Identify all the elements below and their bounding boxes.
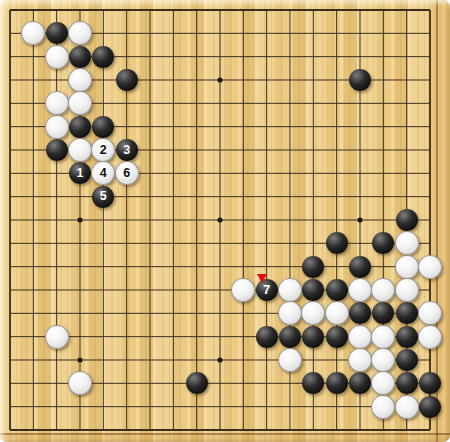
black-stone[interactable]: [46, 22, 68, 44]
white-stone[interactable]: [395, 278, 419, 302]
black-stone[interactable]: [92, 116, 114, 138]
white-stone[interactable]: [278, 348, 302, 372]
last-move-red-triangle-marker: [257, 274, 267, 283]
move-number-label: 1: [77, 167, 84, 180]
black-stone[interactable]: [186, 372, 208, 394]
white-stone[interactable]: [395, 231, 419, 255]
white-stone[interactable]: [348, 348, 372, 372]
white-stone[interactable]: [68, 21, 92, 45]
black-stone[interactable]: [349, 256, 371, 278]
white-stone[interactable]: [371, 278, 395, 302]
white-stone[interactable]: [45, 115, 69, 139]
white-stone[interactable]: [371, 371, 395, 395]
white-stone[interactable]: [418, 325, 442, 349]
white-stone[interactable]: [325, 301, 349, 325]
white-stone[interactable]: [68, 371, 92, 395]
black-stone[interactable]: 1: [69, 162, 91, 184]
black-stone[interactable]: [302, 279, 324, 301]
move-number-label: 2: [100, 144, 107, 157]
black-stone[interactable]: [326, 279, 348, 301]
black-stone[interactable]: [302, 372, 324, 394]
white-stone[interactable]: [45, 91, 69, 115]
black-stone[interactable]: [419, 396, 441, 418]
black-stone[interactable]: [46, 139, 68, 161]
white-stone[interactable]: [418, 301, 442, 325]
black-stone[interactable]: [326, 372, 348, 394]
move-number-label: 3: [123, 144, 130, 157]
white-stone[interactable]: [68, 68, 92, 92]
white-stone[interactable]: [278, 301, 302, 325]
black-stone[interactable]: [372, 302, 394, 324]
black-stone[interactable]: [349, 69, 371, 91]
black-stone[interactable]: [92, 46, 114, 68]
white-stone[interactable]: [68, 91, 92, 115]
black-stone[interactable]: [326, 326, 348, 348]
move-number-label: 4: [100, 167, 107, 180]
move-number-label: 6: [123, 167, 130, 180]
white-stone[interactable]: [231, 278, 255, 302]
white-stone[interactable]: [395, 395, 419, 419]
black-stone[interactable]: [69, 46, 91, 68]
move-number-label: 5: [100, 190, 107, 203]
white-stone[interactable]: 2: [91, 138, 115, 162]
white-stone[interactable]: [371, 325, 395, 349]
white-stone[interactable]: [348, 325, 372, 349]
black-stone[interactable]: 5: [92, 186, 114, 208]
black-stone[interactable]: 3: [116, 139, 138, 161]
black-stone[interactable]: [349, 372, 371, 394]
white-stone[interactable]: [395, 255, 419, 279]
black-stone[interactable]: [396, 326, 418, 348]
black-stone[interactable]: [116, 69, 138, 91]
black-stone[interactable]: [372, 232, 394, 254]
move-number-label: 7: [263, 284, 270, 297]
black-stone[interactable]: [326, 232, 348, 254]
white-stone[interactable]: [371, 348, 395, 372]
black-stone[interactable]: [396, 349, 418, 371]
white-stone[interactable]: [301, 301, 325, 325]
black-stone[interactable]: 7: [256, 279, 278, 301]
black-stone[interactable]: [396, 302, 418, 324]
black-stone[interactable]: [396, 372, 418, 394]
go-board[interactable]: 2314657: [0, 0, 450, 442]
white-stone[interactable]: [45, 45, 69, 69]
black-stone[interactable]: [256, 326, 278, 348]
black-stone[interactable]: [302, 326, 324, 348]
black-stone[interactable]: [69, 116, 91, 138]
black-stone[interactable]: [302, 256, 324, 278]
white-stone[interactable]: [45, 325, 69, 349]
black-stone[interactable]: [419, 372, 441, 394]
white-stone[interactable]: [418, 255, 442, 279]
white-stone[interactable]: 6: [115, 161, 139, 185]
white-stone[interactable]: [68, 138, 92, 162]
black-stone[interactable]: [349, 302, 371, 324]
white-stone[interactable]: [21, 21, 45, 45]
white-stone[interactable]: [371, 395, 395, 419]
black-stone[interactable]: [396, 209, 418, 231]
black-stone[interactable]: [279, 326, 301, 348]
white-stone[interactable]: 4: [91, 161, 115, 185]
stones-grid: 2314657: [0, 0, 442, 442]
white-stone[interactable]: [278, 278, 302, 302]
white-stone[interactable]: [348, 278, 372, 302]
